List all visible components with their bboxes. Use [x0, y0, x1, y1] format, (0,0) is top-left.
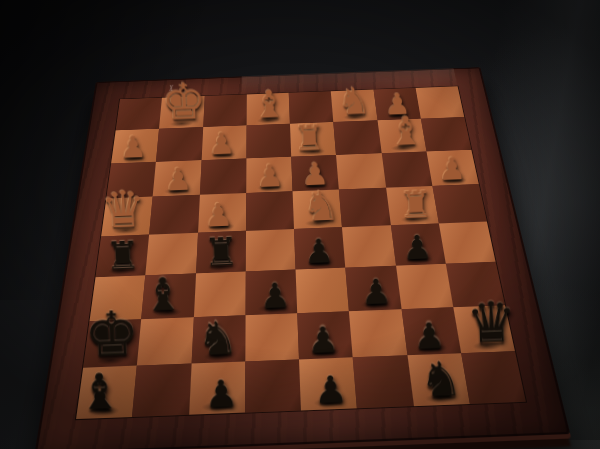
square-r1c1 [116, 98, 162, 131]
chess-piece-bP: ♟ [295, 321, 350, 359]
chess-piece-bR: ♜ [195, 232, 246, 272]
square-r6c2: ♝ [141, 273, 195, 319]
chess-piece-bB: ♝ [137, 271, 191, 318]
square-r8c3: ♟ [189, 362, 246, 415]
chess-piece-wP: ♟ [110, 131, 156, 163]
photo-background: chess ♚♝♞♟♟♟♜♝♟♟♟♟♛♟♞♜♜♜♟♟♝♟♟♚♞♟♟♛♝♟♟♞ [0, 0, 600, 449]
square-r4c5: ♞ [293, 190, 343, 229]
chess-piece-bB: ♝ [71, 367, 129, 418]
square-r5c6 [342, 225, 395, 267]
square-r2c5: ♜ [290, 122, 336, 156]
chess-piece-bP: ♟ [248, 277, 301, 313]
chess-piece-wB: ♝ [247, 85, 292, 125]
square-r3c6 [336, 153, 385, 190]
square-r6c4: ♟ [245, 269, 297, 314]
chess-piece-bP: ♟ [391, 230, 442, 265]
square-r5c8 [439, 222, 496, 264]
square-r1c6: ♞ [331, 90, 377, 122]
square-r1c3 [203, 94, 247, 126]
square-r3c3 [199, 158, 246, 195]
square-r2c4 [246, 124, 291, 159]
square-r5c5: ♟ [294, 227, 346, 269]
chess-piece-wQ: ♛ [98, 184, 148, 236]
chess-piece-wN: ♞ [296, 185, 346, 228]
square-r5c4 [246, 229, 296, 271]
square-r8c1: ♝ [76, 366, 137, 419]
chess-piece-wN: ♞ [332, 83, 377, 122]
square-r4c4 [246, 191, 294, 230]
chess-piece-wR: ♜ [286, 120, 332, 156]
square-r2c1: ♟ [111, 129, 159, 164]
chess-piece-wP: ♟ [155, 163, 203, 196]
square-r5c3: ♜ [196, 231, 246, 273]
square-r8c4 [245, 360, 301, 413]
chess-piece-bP: ♟ [401, 317, 456, 355]
square-r2c3: ♟ [201, 125, 246, 160]
square-r1c2: ♚ [159, 96, 204, 129]
chess-piece-wP: ♟ [428, 153, 476, 186]
square-r3c4: ♟ [246, 156, 293, 193]
board-tilt-wrapper: ♚♝♞♟♟♟♜♝♟♟♟♟♛♟♞♜♜♜♟♟♝♟♟♚♞♟♟♛♝♟♟♞ [61, 0, 526, 449]
square-r4c1: ♛ [101, 197, 153, 237]
chess-piece-bP: ♟ [302, 370, 360, 409]
square-r2c2 [156, 127, 203, 162]
square-r4c3: ♟ [198, 193, 246, 232]
chess-piece-bP: ♟ [293, 233, 344, 268]
square-r7c2 [137, 317, 193, 366]
square-r6c6: ♟ [346, 266, 401, 311]
chess-piece-wB: ♝ [382, 111, 428, 152]
square-r8c7: ♞ [407, 353, 470, 406]
square-r5c7: ♟ [390, 223, 445, 265]
square-r2c6 [334, 120, 382, 154]
chess-piece-bQ: ♛ [463, 294, 519, 352]
square-r7c7: ♟ [401, 307, 461, 356]
chess-board-frame: ♚♝♞♟♟♟♜♝♟♟♟♟♛♟♞♜♜♜♟♟♝♟♟♚♞♟♟♛♝♟♟♞ [34, 67, 570, 449]
square-r7c4 [245, 313, 299, 362]
square-r3c8: ♟ [426, 149, 479, 186]
chess-piece-bK: ♚ [83, 303, 139, 367]
chess-piece-bP: ♟ [192, 374, 250, 413]
square-r6c5 [296, 267, 350, 312]
chess-piece-wP: ♟ [193, 198, 242, 232]
chess-piece-bN: ♞ [411, 355, 469, 405]
square-r7c6 [349, 309, 407, 358]
chess-board-squares: ♚♝♞♟♟♟♜♝♟♟♟♟♛♟♞♜♜♜♟♟♝♟♟♚♞♟♟♛♝♟♟♞ [76, 86, 526, 419]
square-r8c8 [461, 351, 526, 404]
square-r3c2: ♟ [153, 160, 201, 197]
square-r7c5: ♟ [297, 311, 353, 360]
chess-piece-wR: ♜ [391, 186, 441, 225]
square-r4c6 [339, 188, 390, 227]
square-r7c8: ♛ [453, 305, 515, 354]
square-r7c3: ♞ [191, 315, 245, 364]
square-r8c2 [132, 364, 191, 417]
chess-piece-wP: ♟ [198, 128, 244, 160]
chess-piece-wK: ♚ [161, 76, 206, 127]
chess-piece-bP: ♟ [350, 273, 403, 309]
square-r6c7 [396, 264, 453, 309]
chess-piece-bN: ♞ [189, 315, 245, 363]
square-r4c7: ♜ [386, 186, 439, 225]
square-r4c2 [149, 195, 199, 235]
square-r8c5: ♟ [299, 358, 357, 411]
square-r2c7: ♝ [377, 119, 426, 153]
square-r1c4: ♝ [246, 93, 290, 125]
chess-piece-wP: ♟ [246, 160, 294, 193]
square-r8c6 [353, 356, 413, 409]
square-r7c1: ♚ [83, 319, 141, 368]
